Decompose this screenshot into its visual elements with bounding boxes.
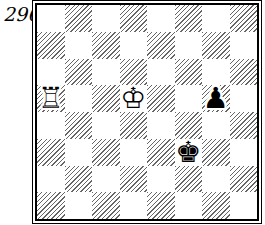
square-h2 bbox=[230, 166, 258, 193]
board-border: ♜♖♚♔♟♟♚♚ bbox=[35, 3, 259, 221]
square-d5: ♚♔ bbox=[120, 85, 148, 112]
square-a4 bbox=[37, 112, 65, 139]
square-f2 bbox=[175, 166, 203, 193]
square-e4 bbox=[147, 112, 175, 139]
square-h5 bbox=[230, 85, 258, 112]
square-e5 bbox=[147, 85, 175, 112]
square-g8 bbox=[202, 5, 230, 32]
square-c4 bbox=[92, 112, 120, 139]
square-e7 bbox=[147, 32, 175, 59]
chess-board: ♜♖♚♔♟♟♚♚ bbox=[37, 5, 257, 219]
square-c7 bbox=[92, 32, 120, 59]
square-b4 bbox=[65, 112, 93, 139]
square-a5: ♜♖ bbox=[37, 85, 65, 112]
black-pawn: ♟♟ bbox=[202, 85, 230, 112]
square-e1 bbox=[147, 192, 175, 219]
square-a2 bbox=[37, 166, 65, 193]
white-king: ♚♔ bbox=[120, 85, 148, 112]
chess-diagram-page: 296 ♜♖♚♔♟♟♚♚ bbox=[0, 0, 265, 225]
square-d4 bbox=[120, 112, 148, 139]
square-h7 bbox=[230, 32, 258, 59]
square-b7 bbox=[65, 32, 93, 59]
square-f7 bbox=[175, 32, 203, 59]
square-d2 bbox=[120, 166, 148, 193]
square-c2 bbox=[92, 166, 120, 193]
square-d7 bbox=[120, 32, 148, 59]
square-b1 bbox=[65, 192, 93, 219]
square-g3 bbox=[202, 139, 230, 166]
white-rook: ♜♖ bbox=[37, 85, 65, 112]
square-a7 bbox=[37, 32, 65, 59]
square-b6 bbox=[65, 59, 93, 86]
square-h3 bbox=[230, 139, 258, 166]
black-king-outline: ♚ bbox=[175, 139, 203, 166]
square-c5 bbox=[92, 85, 120, 112]
square-e6 bbox=[147, 59, 175, 86]
square-h1 bbox=[230, 192, 258, 219]
square-e8 bbox=[147, 5, 175, 32]
square-b3 bbox=[65, 139, 93, 166]
square-h4 bbox=[230, 112, 258, 139]
square-g5: ♟♟ bbox=[202, 85, 230, 112]
square-c6 bbox=[92, 59, 120, 86]
square-f8 bbox=[175, 5, 203, 32]
square-a8 bbox=[37, 5, 65, 32]
square-d8 bbox=[120, 5, 148, 32]
square-e3 bbox=[147, 139, 175, 166]
square-f6 bbox=[175, 59, 203, 86]
square-h8 bbox=[230, 5, 258, 32]
square-b5 bbox=[65, 85, 93, 112]
square-g1 bbox=[202, 192, 230, 219]
square-e2 bbox=[147, 166, 175, 193]
square-f5 bbox=[175, 85, 203, 112]
square-h6 bbox=[230, 59, 258, 86]
black-pawn-outline: ♟ bbox=[202, 85, 230, 112]
square-g4 bbox=[202, 112, 230, 139]
square-f3: ♚♚ bbox=[175, 139, 203, 166]
board-frame: ♜♖♚♔♟♟♚♚ bbox=[32, 0, 262, 224]
square-b8 bbox=[65, 5, 93, 32]
black-king: ♚♚ bbox=[175, 139, 203, 166]
square-g7 bbox=[202, 32, 230, 59]
square-c1 bbox=[92, 192, 120, 219]
square-d3 bbox=[120, 139, 148, 166]
square-d1 bbox=[120, 192, 148, 219]
square-a3 bbox=[37, 139, 65, 166]
square-c8 bbox=[92, 5, 120, 32]
square-f1 bbox=[175, 192, 203, 219]
white-rook-outline: ♖ bbox=[37, 85, 65, 112]
square-g2 bbox=[202, 166, 230, 193]
square-a1 bbox=[37, 192, 65, 219]
white-king-outline: ♔ bbox=[120, 85, 148, 112]
square-b2 bbox=[65, 166, 93, 193]
square-c3 bbox=[92, 139, 120, 166]
